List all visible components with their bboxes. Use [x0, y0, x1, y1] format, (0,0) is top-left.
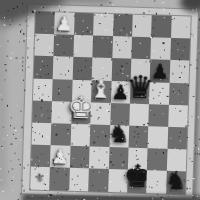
board-square: ♛: [130, 81, 150, 104]
board-square: [88, 169, 108, 192]
board-square: [73, 35, 93, 58]
black-knight-piece: ♞: [108, 122, 130, 147]
board-square: [169, 82, 189, 105]
board-square: [149, 82, 169, 105]
board-square: [50, 167, 70, 190]
board-square: [34, 56, 54, 79]
board-square: ♞: [166, 171, 186, 194]
board-square: [31, 145, 51, 168]
board-square: [90, 124, 110, 147]
board-square: [129, 126, 149, 149]
board-grid: ♟♟♝♟♛♚♞♟⚜♚♞: [30, 12, 191, 194]
board-square: [70, 146, 90, 169]
board-square: [132, 15, 152, 38]
board-square: [148, 126, 168, 149]
board-square: [149, 104, 169, 127]
board-square: [169, 60, 189, 83]
board-square: [151, 15, 171, 38]
board-square: ♚: [71, 102, 91, 125]
photo-edge-shadow-top: [30, 0, 110, 3]
board-square: [34, 34, 54, 57]
board-corner-emblem: ⚜: [33, 171, 46, 186]
black-knight-piece: ♞: [165, 168, 187, 193]
board-square: [69, 168, 89, 191]
white-pawn-piece: ♟: [51, 147, 70, 168]
board-square: [131, 37, 151, 60]
photo-edge-shade-left: [0, 20, 6, 190]
board-square: [129, 103, 149, 126]
white-pawn-piece: ♟: [55, 13, 74, 34]
board-square: [93, 13, 113, 36]
board-square: ♟: [50, 145, 70, 168]
board-square: [113, 14, 133, 37]
board-square: [151, 37, 171, 60]
board-square: [33, 78, 53, 101]
board-square: ♚: [127, 170, 147, 193]
board-square: [54, 34, 74, 57]
board-square: [32, 123, 52, 146]
board-square: [170, 38, 190, 61]
board-square: [51, 123, 71, 146]
board-square: [90, 102, 110, 125]
board-square: [35, 12, 55, 35]
board-square: [74, 13, 94, 36]
chessboard: ∙∙∙∙ ♟♟♝♟♛♚♞♟⚜♚♞: [21, 3, 199, 199]
board-square: [112, 36, 132, 59]
board-square: ♟: [54, 12, 74, 35]
board-square: ♞: [109, 125, 129, 148]
board-square: [70, 124, 90, 147]
board-square: [32, 100, 52, 123]
board-square: [93, 36, 113, 59]
board-square: [89, 147, 109, 170]
board-square: [53, 57, 73, 80]
frame-marking: ∙∙∙∙: [18, 56, 26, 94]
board-square: [171, 16, 191, 39]
board-square: [146, 171, 166, 194]
board-square: ⚜: [30, 167, 50, 190]
photo-background: ∙∙∙∙ ♟♟♝♟♛♚♞♟⚜♚♞: [0, 0, 200, 200]
board-square: [167, 127, 187, 150]
board-square: [168, 105, 188, 128]
